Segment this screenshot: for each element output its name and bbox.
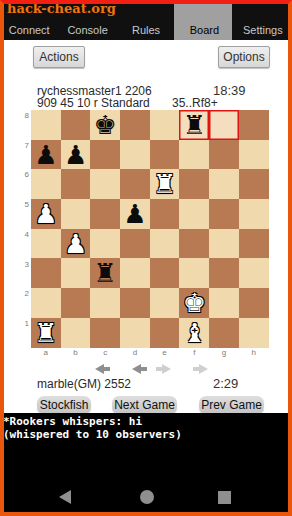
square-e6[interactable]: ♜ <box>150 169 180 199</box>
recents-icon[interactable] <box>218 491 231 504</box>
square-b3[interactable] <box>61 258 91 288</box>
square-b7[interactable]: ♟ <box>61 140 91 170</box>
piece-wB-f1: ♝ <box>183 320 206 346</box>
piece-wR-a1: ♜ <box>34 320 57 346</box>
piece-bR-f8: ♜ <box>183 112 206 138</box>
arrow-tail <box>104 367 110 371</box>
square-d8[interactable] <box>120 110 150 140</box>
square-f1[interactable]: ♝ <box>179 318 209 348</box>
arrow-tail <box>141 367 147 371</box>
options-button[interactable]: Options <box>218 46 270 68</box>
square-g5[interactable] <box>209 199 239 229</box>
square-a8[interactable] <box>31 110 61 140</box>
square-h5[interactable] <box>239 199 269 229</box>
tab-board[interactable]: Board <box>175 20 233 40</box>
player-clock: 2:29 <box>213 376 238 391</box>
rank-label-4: 4 <box>20 230 29 239</box>
square-f4[interactable] <box>179 229 209 259</box>
file-label-f: f <box>179 348 209 357</box>
square-b2[interactable] <box>61 288 91 318</box>
square-f7[interactable] <box>179 140 209 170</box>
square-h8[interactable] <box>239 110 269 140</box>
piece-bR-c3: ♜ <box>94 260 117 286</box>
square-h3[interactable] <box>239 258 269 288</box>
square-e7[interactable] <box>150 140 180 170</box>
square-h1[interactable] <box>239 318 269 348</box>
square-c2[interactable] <box>90 288 120 318</box>
square-f3[interactable] <box>179 258 209 288</box>
android-nav-bar <box>0 482 292 516</box>
square-b4[interactable]: ♟ <box>61 229 91 259</box>
square-c5[interactable] <box>90 199 120 229</box>
square-g4[interactable] <box>209 229 239 259</box>
arrow-head-icon <box>95 364 104 374</box>
square-g7[interactable] <box>209 140 239 170</box>
square-f2[interactable]: ♚ <box>179 288 209 318</box>
piece-wR-e6: ♜ <box>153 171 176 197</box>
square-e8[interactable] <box>150 110 180 140</box>
file-label-a: a <box>31 348 61 357</box>
piece-bP-d5: ♟ <box>123 201 146 227</box>
arrow-head-icon <box>162 364 171 374</box>
header: hack-cheat.org Connect Console Rules Boa… <box>0 0 292 40</box>
file-label-b: b <box>61 348 91 357</box>
square-a5[interactable]: ♟ <box>31 199 61 229</box>
square-d7[interactable] <box>120 140 150 170</box>
opponent-clock: 18:39 <box>213 83 246 98</box>
file-label-e: e <box>150 348 180 357</box>
square-c7[interactable] <box>90 140 120 170</box>
console-line: (whispered to 10 observers) <box>3 428 292 441</box>
square-g3[interactable] <box>209 258 239 288</box>
square-a7[interactable]: ♟ <box>31 140 61 170</box>
square-g6[interactable] <box>209 169 239 199</box>
square-c1[interactable] <box>90 318 120 348</box>
rank-label-3: 3 <box>20 260 29 269</box>
square-f6[interactable] <box>179 169 209 199</box>
piece-wK-f2: ♚ <box>183 290 206 316</box>
player-name-rating: marble(GM) 2552 <box>37 377 131 391</box>
banner-text: hack-cheat.org <box>7 1 116 16</box>
tab-bar: Connect Console Rules Board Settings <box>0 20 292 40</box>
square-d2[interactable] <box>120 288 150 318</box>
rank-label-1: 1 <box>20 319 29 328</box>
move-forward-arrow[interactable] <box>156 364 171 374</box>
game-info: 909 45 10 r Standard <box>37 96 150 110</box>
rank-label-2: 2 <box>20 289 29 298</box>
square-h7[interactable] <box>239 140 269 170</box>
actions-button[interactable]: Actions <box>33 46 85 68</box>
square-g2[interactable] <box>209 288 239 318</box>
move-back-arrow[interactable] <box>132 364 147 374</box>
file-labels: abcdefgh <box>31 348 269 357</box>
square-h4[interactable] <box>239 229 269 259</box>
square-b1[interactable] <box>61 318 91 348</box>
piece-wP-b4: ♟ <box>64 231 87 257</box>
next-game-button[interactable]: Next Game <box>112 396 177 414</box>
prev-game-button[interactable]: Prev Game <box>199 396 264 414</box>
square-c3[interactable]: ♜ <box>90 258 120 288</box>
square-a4[interactable] <box>31 229 61 259</box>
square-f8[interactable]: ♜ <box>179 110 209 140</box>
arrow-head-icon <box>132 364 141 374</box>
square-b5[interactable] <box>61 199 91 229</box>
square-e5[interactable] <box>150 199 180 229</box>
stockfish-button[interactable]: Stockfish <box>37 396 91 414</box>
square-e1[interactable] <box>150 318 180 348</box>
last-move-text: 35..Rf8+ <box>172 96 218 110</box>
home-icon[interactable] <box>140 490 154 504</box>
move-forward-fast-arrow[interactable] <box>193 364 208 374</box>
console-output: *Rookers whispers: hi (whispered to 10 o… <box>0 413 292 482</box>
file-label-d: d <box>120 348 150 357</box>
piece-bP-b7: ♟ <box>64 142 87 168</box>
square-d1[interactable] <box>120 318 150 348</box>
file-label-g: g <box>209 348 239 357</box>
square-e4[interactable] <box>150 229 180 259</box>
square-h6[interactable] <box>239 169 269 199</box>
square-g8[interactable] <box>209 110 239 140</box>
square-d4[interactable] <box>120 229 150 259</box>
piece-bP-a7: ♟ <box>34 142 57 168</box>
square-c4[interactable] <box>90 229 120 259</box>
file-label-c: c <box>90 348 120 357</box>
app-screen: hack-cheat.org Connect Console Rules Boa… <box>0 0 292 516</box>
chess-board: ♚♜♟♟♜♟♟♟♜♚♜♝ <box>31 110 269 348</box>
square-d6[interactable] <box>120 169 150 199</box>
square-a2[interactable] <box>31 288 61 318</box>
tab-console[interactable]: Console <box>58 20 116 40</box>
file-label-h: h <box>239 348 269 357</box>
square-d3[interactable] <box>120 258 150 288</box>
square-g1[interactable] <box>209 318 239 348</box>
piece-wP-a5: ♟ <box>34 201 57 227</box>
tab-connect[interactable]: Connect <box>0 20 58 40</box>
square-b6[interactable] <box>61 169 91 199</box>
rank-label-6: 6 <box>20 170 29 179</box>
square-c8[interactable]: ♚ <box>90 110 120 140</box>
back-icon[interactable] <box>59 490 71 504</box>
square-b8[interactable] <box>61 110 91 140</box>
square-e3[interactable] <box>150 258 180 288</box>
square-a1[interactable]: ♜ <box>31 318 61 348</box>
rank-label-5: 5 <box>20 200 29 209</box>
move-back-fast-arrow[interactable] <box>95 364 110 374</box>
console-line: *Rookers whispers: hi <box>3 415 292 428</box>
square-f5[interactable] <box>179 199 209 229</box>
square-c6[interactable] <box>90 169 120 199</box>
square-a3[interactable] <box>31 258 61 288</box>
tab-settings[interactable]: Settings <box>234 20 292 40</box>
arrow-head-icon <box>199 364 208 374</box>
rank-label-8: 8 <box>20 111 29 120</box>
tab-rules[interactable]: Rules <box>117 20 175 40</box>
square-h2[interactable] <box>239 288 269 318</box>
square-a6[interactable] <box>31 169 61 199</box>
square-d5[interactable]: ♟ <box>120 199 150 229</box>
rank-label-7: 7 <box>20 141 29 150</box>
piece-bK-c8: ♚ <box>94 112 117 138</box>
square-e2[interactable] <box>150 288 180 318</box>
